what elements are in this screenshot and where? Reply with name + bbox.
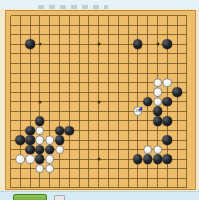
- black-stone[interactable]: [143, 97, 153, 107]
- black-stone[interactable]: [163, 97, 173, 107]
- white-stone[interactable]: [16, 154, 26, 164]
- white-stone[interactable]: [45, 154, 55, 164]
- grid-line-horizontal: [11, 53, 187, 54]
- black-stone[interactable]: [153, 116, 163, 126]
- black-stone[interactable]: [35, 154, 45, 164]
- hoshi-point: [156, 43, 159, 46]
- black-stone[interactable]: [25, 135, 35, 145]
- black-stone[interactable]: [163, 116, 173, 126]
- black-stone[interactable]: [45, 145, 55, 155]
- black-stone[interactable]: [65, 126, 75, 136]
- black-stone[interactable]: [25, 126, 35, 136]
- go-board[interactable]: 26: [5, 10, 196, 190]
- black-stone[interactable]: [163, 40, 173, 50]
- black-stone[interactable]: [35, 145, 45, 155]
- black-stone[interactable]: [25, 40, 35, 50]
- black-stone[interactable]: [133, 40, 143, 50]
- board-margin: 26: [0, 9, 199, 191]
- black-stone[interactable]: [143, 154, 153, 164]
- hoshi-point: [38, 100, 41, 103]
- grid-line-horizontal: [11, 63, 187, 64]
- white-stone[interactable]: [25, 154, 35, 164]
- white-stone[interactable]: [153, 78, 163, 88]
- move-number-label: 26: [134, 109, 142, 114]
- black-stone[interactable]: [35, 116, 45, 126]
- white-stone[interactable]: [163, 78, 173, 88]
- white-stone[interactable]: [153, 97, 163, 107]
- black-stone[interactable]: [153, 154, 163, 164]
- white-stone[interactable]: [35, 135, 45, 145]
- hoshi-point: [97, 43, 100, 46]
- black-stone[interactable]: [55, 126, 65, 136]
- white-stone[interactable]: [153, 87, 163, 97]
- white-stone[interactable]: [35, 164, 45, 174]
- white-stone[interactable]: [55, 145, 65, 155]
- hoshi-point: [97, 158, 100, 161]
- black-stone[interactable]: [133, 154, 143, 164]
- grid-line-horizontal: [11, 73, 187, 74]
- black-stone[interactable]: [153, 107, 163, 117]
- grid-line-horizontal: [11, 34, 187, 35]
- black-stone[interactable]: [16, 135, 26, 145]
- green-button[interactable]: [13, 194, 47, 200]
- white-stone[interactable]: [35, 126, 45, 136]
- black-stone[interactable]: [163, 135, 173, 145]
- hoshi-point: [38, 43, 41, 46]
- black-stone[interactable]: [163, 154, 173, 164]
- black-stone[interactable]: [25, 145, 35, 155]
- small-gray-button[interactable]: [54, 195, 65, 200]
- black-stone[interactable]: [55, 135, 65, 145]
- grid-line-horizontal: [11, 187, 187, 188]
- grid-line-horizontal: [11, 25, 187, 26]
- white-stone[interactable]: [143, 145, 153, 155]
- white-stone[interactable]: [45, 135, 55, 145]
- window-chrome-bottom: [0, 191, 199, 200]
- hoshi-point: [97, 100, 100, 103]
- black-stone[interactable]: [172, 87, 182, 97]
- white-stone[interactable]: [153, 145, 163, 155]
- white-stone-last-move[interactable]: 26: [133, 107, 143, 117]
- white-stone[interactable]: [45, 164, 55, 174]
- grid-line-horizontal: [11, 178, 187, 179]
- grid-line-horizontal: [11, 15, 187, 16]
